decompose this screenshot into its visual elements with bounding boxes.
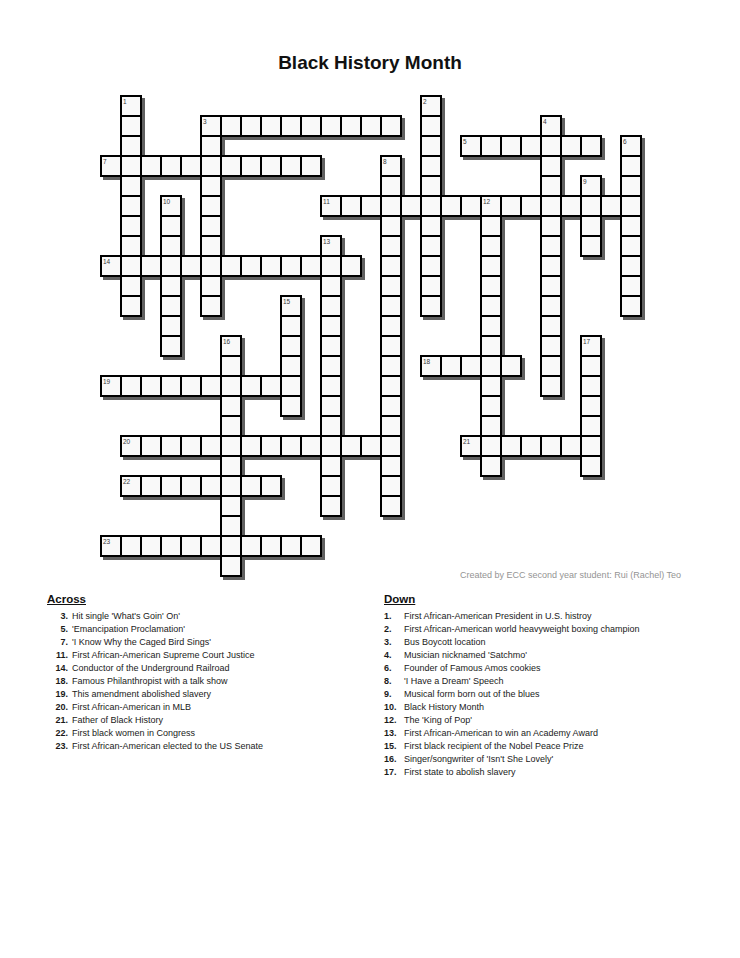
grid-cell[interactable] (320, 415, 342, 437)
clue-text: 'I Know Why the Caged Bird Sings' (72, 636, 211, 649)
grid-cell[interactable] (160, 155, 182, 177)
clue-item: 6.Founder of Famous Amos cookies (384, 662, 724, 675)
grid-cell[interactable] (200, 195, 222, 217)
grid-cell[interactable] (420, 295, 442, 317)
grid-cell[interactable] (160, 275, 182, 297)
grid-cell[interactable] (200, 215, 222, 237)
grid-cell[interactable] (220, 255, 242, 277)
across-clue-list: 3.Hit single 'What's Goin' On'5.'Emancip… (42, 610, 362, 753)
clue-number: 14. (42, 662, 68, 675)
grid-cell[interactable] (420, 195, 442, 217)
grid-cell[interactable] (280, 535, 302, 557)
grid-cell[interactable] (420, 115, 442, 137)
grid-cell[interactable] (120, 275, 142, 297)
grid-cell[interactable] (540, 195, 562, 217)
grid-cell[interactable] (540, 115, 562, 137)
clue-item: 4.Musician nicknamed 'Satchmo' (384, 649, 724, 662)
grid-cell[interactable] (220, 455, 242, 477)
grid-cell[interactable] (380, 395, 402, 417)
grid-cell[interactable] (100, 375, 122, 397)
grid-cell[interactable] (120, 215, 142, 237)
clue-number: 18. (42, 675, 68, 688)
grid-cell[interactable] (120, 195, 142, 217)
grid-cell[interactable] (500, 435, 522, 457)
clue-text: Hit single 'What's Goin' On' (72, 610, 180, 623)
grid-cell[interactable] (340, 195, 362, 217)
down-clues-section: Down 1.First African-American President … (384, 589, 724, 779)
grid-cell[interactable] (540, 215, 562, 237)
grid-cell[interactable] (200, 255, 222, 277)
grid-cell[interactable] (120, 135, 142, 157)
clue-number: 2. (384, 623, 401, 636)
grid-cell[interactable] (320, 255, 342, 277)
clue-item: 1.First African-American President in U.… (384, 610, 724, 623)
clue-text: 'Emancipation Proclamation' (72, 623, 185, 636)
grid-cell[interactable] (620, 275, 642, 297)
grid-cell[interactable] (480, 295, 502, 317)
clue-text: This amendment abolished slavery (72, 688, 211, 701)
grid-cell[interactable] (380, 475, 402, 497)
grid-cell[interactable] (360, 115, 382, 137)
clue-number: 5. (42, 623, 68, 636)
grid-cell[interactable] (580, 235, 602, 257)
grid-cell[interactable] (220, 535, 242, 557)
grid-cell[interactable] (540, 335, 562, 357)
grid-cell[interactable] (480, 135, 502, 157)
grid-cell[interactable] (300, 535, 322, 557)
down-header: Down (384, 592, 420, 606)
grid-cell[interactable] (580, 375, 602, 397)
grid-cell[interactable] (380, 235, 402, 257)
clue-text: First black women in Congress (72, 727, 195, 740)
grid-cell[interactable] (480, 335, 502, 357)
grid-cell[interactable] (320, 195, 342, 217)
grid-cell[interactable] (260, 155, 282, 177)
grid-cell[interactable] (280, 355, 302, 377)
grid-cell[interactable] (220, 335, 242, 357)
grid-cell[interactable] (160, 475, 182, 497)
grid-cell[interactable] (120, 235, 142, 257)
grid-cell[interactable] (120, 375, 142, 397)
grid-cell[interactable] (280, 335, 302, 357)
grid-cell[interactable] (540, 175, 562, 197)
clue-number: 3. (42, 610, 68, 623)
across-header: Across (47, 592, 91, 606)
grid-cell[interactable] (260, 535, 282, 557)
clue-number: 15. (384, 740, 401, 753)
grid-cell[interactable] (140, 155, 162, 177)
grid-cell[interactable] (580, 195, 602, 217)
grid-cell[interactable] (320, 355, 342, 377)
clue-number: 3. (384, 636, 401, 649)
clue-number: 1. (384, 610, 401, 623)
grid-cell[interactable] (200, 435, 222, 457)
grid-cell[interactable] (460, 135, 482, 157)
grid-cell[interactable] (380, 495, 402, 517)
grid-cell[interactable] (620, 255, 642, 277)
grid-cell[interactable] (220, 375, 242, 397)
clue-item: 10.Black History Month (384, 701, 724, 714)
grid-cell[interactable] (200, 155, 222, 177)
creator-credit: Created by ECC second year student: Rui … (0, 570, 681, 581)
grid-cell[interactable] (620, 195, 642, 217)
grid-cell[interactable] (380, 195, 402, 217)
grid-cell[interactable] (320, 115, 342, 137)
grid-cell[interactable] (340, 255, 362, 277)
clue-number: 16. (384, 753, 401, 766)
clue-item: 13.First African-American to win an Acad… (384, 727, 724, 740)
grid-cell[interactable] (120, 155, 142, 177)
grid-cell[interactable] (380, 415, 402, 437)
clue-item: 7.'I Know Why the Caged Bird Sings' (42, 636, 362, 649)
grid-cell[interactable] (240, 375, 262, 397)
clue-text: First black recipient of the Nobel Peace… (404, 740, 584, 753)
grid-cell[interactable] (200, 135, 222, 157)
clue-number: 6. (384, 662, 401, 675)
grid-cell[interactable] (580, 415, 602, 437)
grid-cell[interactable] (280, 395, 302, 417)
grid-cell[interactable] (580, 435, 602, 457)
grid-cell[interactable] (420, 255, 442, 277)
grid-cell[interactable] (320, 235, 342, 257)
grid-cell[interactable] (480, 435, 502, 457)
clue-text: First African-American to win an Academy… (404, 727, 598, 740)
grid-cell[interactable] (160, 335, 182, 357)
grid-cell[interactable] (580, 355, 602, 377)
grid-cell[interactable] (120, 295, 142, 317)
grid-cell[interactable] (100, 255, 122, 277)
clue-number: 20. (42, 701, 68, 714)
clue-item: 18.Famous Philanthropist with a talk sho… (42, 675, 362, 688)
grid-cell[interactable] (580, 215, 602, 237)
grid-cell[interactable] (580, 335, 602, 357)
grid-cell[interactable] (620, 215, 642, 237)
grid-cell[interactable] (200, 115, 222, 137)
grid-cell[interactable] (580, 395, 602, 417)
grid-cell[interactable] (380, 155, 402, 177)
grid-cell[interactable] (460, 355, 482, 377)
grid-cell[interactable] (240, 435, 262, 457)
grid-cell[interactable] (500, 355, 522, 377)
grid-cell[interactable] (160, 375, 182, 397)
grid-cell[interactable] (320, 315, 342, 337)
clue-item: 3.Hit single 'What's Goin' On' (42, 610, 362, 623)
grid-cell[interactable] (120, 115, 142, 137)
grid-cell[interactable] (480, 395, 502, 417)
grid-cell[interactable] (540, 155, 562, 177)
grid-cell[interactable] (480, 235, 502, 257)
grid-cell[interactable] (220, 155, 242, 177)
grid-cell[interactable] (220, 555, 242, 577)
grid-cell[interactable] (520, 135, 542, 157)
clue-item: 19.This amendment abolished slavery (42, 688, 362, 701)
grid-cell[interactable] (480, 315, 502, 337)
clue-text: First African-American elected to the US… (72, 740, 263, 753)
grid-cell[interactable] (220, 415, 242, 437)
grid-cell[interactable] (380, 455, 402, 477)
grid-cell[interactable] (560, 195, 582, 217)
clue-text: First African-American Supreme Court Jus… (72, 649, 255, 662)
grid-cell[interactable] (240, 155, 262, 177)
clue-item: 14.Conductor of the Underground Railroad (42, 662, 362, 675)
grid-cell[interactable] (540, 255, 562, 277)
grid-cell[interactable] (300, 255, 322, 277)
grid-cell[interactable] (120, 95, 142, 117)
grid-cell[interactable] (140, 375, 162, 397)
grid-cell[interactable] (540, 295, 562, 317)
grid-cell[interactable] (140, 475, 162, 497)
grid-cell[interactable] (480, 195, 502, 217)
grid-cell[interactable] (620, 135, 642, 157)
grid-cell[interactable] (300, 115, 322, 137)
clue-item: 11.First African-American Supreme Court … (42, 649, 362, 662)
clue-text: 'I Have a Dream' Speech (404, 675, 503, 688)
grid-cell[interactable] (420, 95, 442, 117)
grid-cell[interactable] (160, 235, 182, 257)
grid-cell[interactable] (540, 375, 562, 397)
clue-text: First African-American in MLB (72, 701, 191, 714)
grid-cell[interactable] (120, 255, 142, 277)
grid-cell[interactable] (580, 455, 602, 477)
grid-cell[interactable] (260, 255, 282, 277)
clue-number: 10. (384, 701, 401, 714)
grid-cell[interactable] (480, 355, 502, 377)
clue-text: Musician nicknamed 'Satchmo' (404, 649, 527, 662)
grid-cell[interactable] (280, 435, 302, 457)
grid-cell[interactable] (500, 135, 522, 157)
clue-item: 9.Musical form born out of the blues (384, 688, 724, 701)
clue-item: 21.Father of Black History (42, 714, 362, 727)
grid-cell[interactable] (200, 275, 222, 297)
grid-cell[interactable] (200, 175, 222, 197)
grid-cell[interactable] (160, 315, 182, 337)
grid-cell[interactable] (180, 435, 202, 457)
grid-cell[interactable] (420, 135, 442, 157)
grid-cell[interactable] (180, 255, 202, 277)
grid-cell[interactable] (220, 115, 242, 137)
grid-cell[interactable] (460, 195, 482, 217)
grid-cell[interactable] (100, 155, 122, 177)
grid-cell[interactable] (440, 195, 462, 217)
clue-number: 11. (42, 649, 68, 662)
grid-cell[interactable] (140, 255, 162, 277)
grid-cell[interactable] (320, 275, 342, 297)
grid-cell[interactable] (280, 115, 302, 137)
clue-number: 13. (384, 727, 401, 740)
grid-cell[interactable] (200, 475, 222, 497)
grid-cell[interactable] (520, 435, 542, 457)
grid-cell[interactable] (620, 155, 642, 177)
grid-cell[interactable] (140, 435, 162, 457)
clue-number: 23. (42, 740, 68, 753)
grid-cell[interactable] (380, 115, 402, 137)
clue-item: 20.First African-American in MLB (42, 701, 362, 714)
clue-number: 8. (384, 675, 401, 688)
grid-cell[interactable] (120, 435, 142, 457)
clue-number: 4. (384, 649, 401, 662)
grid-cell[interactable] (240, 535, 262, 557)
grid-cell[interactable] (200, 295, 222, 317)
clue-item: 5.'Emancipation Proclamation' (42, 623, 362, 636)
crossword-grid: 1234567891011121314151617181920212223 (0, 0, 740, 600)
grid-cell[interactable] (300, 155, 322, 177)
clue-text: Conductor of the Underground Railroad (72, 662, 230, 675)
clue-item: 17.First state to abolish slavery (384, 766, 724, 779)
clue-text: First African-American world heavyweight… (404, 623, 640, 636)
grid-cell[interactable] (260, 475, 282, 497)
grid-cell[interactable] (320, 495, 342, 517)
grid-cell[interactable] (540, 355, 562, 377)
grid-cell[interactable] (380, 255, 402, 277)
grid-cell[interactable] (380, 355, 402, 377)
clue-item: 16.Singer/songwriter of 'Isn't She Lovel… (384, 753, 724, 766)
grid-cell[interactable] (380, 375, 402, 397)
grid-cell[interactable] (140, 535, 162, 557)
grid-cell[interactable] (160, 215, 182, 237)
grid-cell[interactable] (320, 435, 342, 457)
grid-cell[interactable] (220, 475, 242, 497)
clue-text: First African-American President in U.S.… (404, 610, 592, 623)
grid-cell[interactable] (200, 535, 222, 557)
grid-cell[interactable] (540, 315, 562, 337)
clue-number: 21. (42, 714, 68, 727)
grid-cell[interactable] (540, 235, 562, 257)
clue-text: Famous Philanthropist with a talk show (72, 675, 228, 688)
grid-cell[interactable] (340, 435, 362, 457)
grid-cell[interactable] (380, 335, 402, 357)
clue-item: 23.First African-American elected to the… (42, 740, 362, 753)
down-clue-list: 1.First African-American President in U.… (384, 610, 724, 779)
clue-number: 12. (384, 714, 401, 727)
grid-cell[interactable] (420, 155, 442, 177)
grid-cell[interactable] (480, 415, 502, 437)
grid-cell[interactable] (480, 455, 502, 477)
grid-cell[interactable] (320, 335, 342, 357)
grid-cell[interactable] (560, 435, 582, 457)
clue-item: 2.First African-American world heavyweig… (384, 623, 724, 636)
grid-cell[interactable] (340, 115, 362, 137)
grid-cell[interactable] (580, 135, 602, 157)
grid-cell[interactable] (160, 435, 182, 457)
clue-text: Black History Month (404, 701, 484, 714)
grid-cell[interactable] (280, 295, 302, 317)
clue-text: Father of Black History (72, 714, 163, 727)
grid-cell[interactable] (180, 535, 202, 557)
grid-cell[interactable] (540, 435, 562, 457)
grid-cell[interactable] (360, 195, 382, 217)
grid-cell[interactable] (180, 475, 202, 497)
clue-text: Bus Boycott location (404, 636, 486, 649)
grid-cell[interactable] (460, 435, 482, 457)
grid-cell[interactable] (500, 195, 522, 217)
grid-cell[interactable] (220, 395, 242, 417)
clue-text: First state to abolish slavery (404, 766, 516, 779)
grid-cell[interactable] (620, 295, 642, 317)
grid-cell[interactable] (280, 155, 302, 177)
grid-cell[interactable] (220, 355, 242, 377)
clue-item: 22.First black women in Congress (42, 727, 362, 740)
grid-cell[interactable] (220, 495, 242, 517)
grid-cell[interactable] (580, 175, 602, 197)
grid-cell[interactable] (260, 375, 282, 397)
grid-cell[interactable] (480, 375, 502, 397)
grid-cell[interactable] (240, 475, 262, 497)
grid-cell[interactable] (120, 175, 142, 197)
grid-cell[interactable] (320, 395, 342, 417)
grid-cell[interactable] (540, 275, 562, 297)
grid-cell[interactable] (120, 475, 142, 497)
grid-cell[interactable] (220, 515, 242, 537)
grid-cell[interactable] (360, 435, 382, 457)
grid-cell[interactable] (420, 275, 442, 297)
grid-cell[interactable] (160, 195, 182, 217)
grid-cell[interactable] (380, 275, 402, 297)
grid-cell[interactable] (100, 535, 122, 557)
grid-cell[interactable] (600, 195, 622, 217)
clue-number: 9. (384, 688, 401, 701)
grid-cell[interactable] (620, 175, 642, 197)
grid-cell[interactable] (160, 255, 182, 277)
grid-cell[interactable] (260, 435, 282, 457)
grid-cell[interactable] (320, 455, 342, 477)
clue-item: 3.Bus Boycott location (384, 636, 724, 649)
grid-cell[interactable] (520, 195, 542, 217)
clue-item: 12.The 'King of Pop' (384, 714, 724, 727)
grid-cell[interactable] (540, 135, 562, 157)
grid-cell[interactable] (320, 375, 342, 397)
clue-text: Musical form born out of the blues (404, 688, 540, 701)
grid-cell[interactable] (280, 375, 302, 397)
across-clues-section: Across 3.Hit single 'What's Goin' On'5.'… (42, 589, 362, 753)
grid-cell[interactable] (380, 435, 402, 457)
grid-cell[interactable] (160, 535, 182, 557)
clue-number: 22. (42, 727, 68, 740)
grid-cell[interactable] (280, 315, 302, 337)
grid-cell[interactable] (260, 115, 282, 137)
grid-cell[interactable] (300, 435, 322, 457)
grid-cell[interactable] (480, 215, 502, 237)
grid-cell[interactable] (200, 375, 222, 397)
grid-cell[interactable] (480, 255, 502, 277)
grid-cell[interactable] (180, 375, 202, 397)
clue-number: 19. (42, 688, 68, 701)
grid-cell[interactable] (320, 475, 342, 497)
grid-cell[interactable] (120, 535, 142, 557)
grid-cell[interactable] (160, 295, 182, 317)
grid-cell[interactable] (560, 135, 582, 157)
grid-cell[interactable] (240, 255, 262, 277)
grid-cell[interactable] (180, 155, 202, 177)
grid-cell[interactable] (240, 115, 262, 137)
grid-cell[interactable] (380, 215, 402, 237)
clue-text: The 'King of Pop' (404, 714, 472, 727)
grid-cell[interactable] (380, 295, 402, 317)
grid-cell[interactable] (220, 435, 242, 457)
grid-cell[interactable] (380, 315, 402, 337)
grid-cell[interactable] (420, 235, 442, 257)
grid-cell[interactable] (620, 235, 642, 257)
grid-cell[interactable] (400, 195, 422, 217)
grid-cell[interactable] (420, 215, 442, 237)
grid-cell[interactable] (420, 175, 442, 197)
grid-cell[interactable] (280, 255, 302, 277)
grid-cell[interactable] (380, 175, 402, 197)
grid-cell[interactable] (320, 295, 342, 317)
grid-cell[interactable] (480, 275, 502, 297)
grid-cell[interactable] (420, 355, 442, 377)
grid-cell[interactable] (200, 235, 222, 257)
grid-cell[interactable] (440, 355, 462, 377)
